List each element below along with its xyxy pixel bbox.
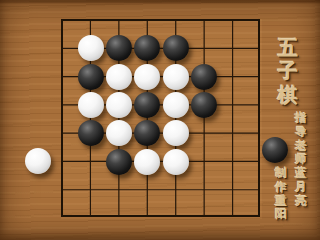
black-player-stone — [262, 137, 288, 163]
board-cell[interactable] — [76, 6, 104, 34]
board-cell[interactable] — [190, 63, 218, 91]
board-cell[interactable] — [76, 176, 104, 204]
board-cell[interactable] — [133, 147, 161, 175]
board-cell[interactable] — [48, 147, 76, 175]
board-cell[interactable] — [48, 91, 76, 119]
board-cell[interactable] — [190, 147, 218, 175]
board-cell[interactable] — [162, 91, 190, 119]
board-cell[interactable] — [133, 119, 161, 147]
glyph: 子 — [276, 60, 300, 83]
board-cell[interactable] — [105, 119, 133, 147]
board-cell[interactable] — [105, 176, 133, 204]
board-cell[interactable] — [133, 63, 161, 91]
board-cell[interactable] — [48, 34, 76, 62]
glyph: 老 — [294, 140, 308, 154]
board-cell[interactable] — [48, 63, 76, 91]
board-cell[interactable] — [133, 176, 161, 204]
glyph: 五 — [276, 37, 300, 60]
board-cell[interactable] — [247, 6, 275, 34]
board-cell[interactable] — [48, 6, 76, 34]
board-cell[interactable] — [133, 91, 161, 119]
white-stone — [106, 120, 132, 146]
white-stone — [134, 149, 160, 175]
game-title: 五子棋 — [276, 37, 300, 107]
glyph: 棋 — [276, 84, 300, 107]
board-cell[interactable] — [247, 63, 275, 91]
black-stone — [78, 64, 104, 90]
white-player-stone — [25, 148, 51, 174]
white-stone — [163, 120, 189, 146]
board-cell[interactable] — [48, 119, 76, 147]
black-stone — [191, 92, 217, 118]
board-cell[interactable] — [190, 119, 218, 147]
glyph: 指 — [294, 112, 308, 126]
board-cell[interactable] — [133, 34, 161, 62]
white-stone — [106, 92, 132, 118]
glyph: 制 — [274, 167, 288, 181]
glyph: 蓝 — [294, 167, 308, 181]
board-cell[interactable] — [105, 147, 133, 175]
board-cell[interactable] — [190, 91, 218, 119]
board-cell[interactable] — [219, 176, 247, 204]
board-cell[interactable] — [105, 6, 133, 34]
board-cell[interactable] — [247, 91, 275, 119]
board-cell[interactable] — [162, 63, 190, 91]
glyph: 阳 — [274, 208, 288, 222]
board-cell[interactable] — [162, 6, 190, 34]
board-cell[interactable] — [133, 6, 161, 34]
board-cell[interactable] — [162, 34, 190, 62]
black-stone — [134, 92, 160, 118]
board-cell[interactable] — [162, 204, 190, 232]
black-stone — [78, 120, 104, 146]
board-cell[interactable] — [105, 63, 133, 91]
black-stone — [106, 35, 132, 61]
glyph: 重 — [274, 195, 288, 209]
black-stone — [106, 149, 132, 175]
board-cell[interactable] — [219, 91, 247, 119]
board-cell[interactable] — [219, 147, 247, 175]
board-cell[interactable] — [76, 204, 104, 232]
glyph: 作 — [274, 181, 288, 195]
black-stone — [134, 35, 160, 61]
black-stone — [134, 120, 160, 146]
white-stone — [106, 64, 132, 90]
board-cell[interactable] — [219, 204, 247, 232]
board-cell[interactable] — [48, 204, 76, 232]
board-cell[interactable] — [105, 91, 133, 119]
black-stone — [191, 64, 217, 90]
board-cell[interactable] — [190, 34, 218, 62]
board-grid — [48, 6, 275, 232]
white-stone — [163, 92, 189, 118]
board-cell[interactable] — [162, 147, 190, 175]
glyph: 月 — [294, 181, 308, 195]
board-cell[interactable] — [105, 204, 133, 232]
board-cell[interactable] — [190, 176, 218, 204]
white-stone — [78, 92, 104, 118]
board-cell[interactable] — [190, 6, 218, 34]
glyph: 亮 — [294, 195, 308, 209]
board-cell[interactable] — [105, 34, 133, 62]
board-cell[interactable] — [133, 204, 161, 232]
board-cell[interactable] — [219, 34, 247, 62]
board-cell[interactable] — [162, 119, 190, 147]
board-cell[interactable] — [162, 176, 190, 204]
board-cell[interactable] — [76, 34, 104, 62]
white-stone — [163, 149, 189, 175]
board-cell[interactable] — [247, 176, 275, 204]
advisor-credit: 指导老师蓝月亮 — [294, 112, 308, 209]
board-cell[interactable] — [219, 6, 247, 34]
black-stone — [163, 35, 189, 61]
board-cell[interactable] — [48, 176, 76, 204]
white-stone — [134, 64, 160, 90]
glyph: 导 — [294, 126, 308, 140]
board-cell[interactable] — [190, 204, 218, 232]
white-stone — [78, 35, 104, 61]
board-cell[interactable] — [76, 119, 104, 147]
board-cell[interactable] — [219, 63, 247, 91]
white-stone — [163, 64, 189, 90]
game-screen: 五子棋 指导老师蓝月亮 制作重阳 — [0, 0, 320, 240]
board-cell[interactable] — [247, 34, 275, 62]
board-cell[interactable] — [76, 147, 104, 175]
board-cell[interactable] — [247, 204, 275, 232]
board-cell[interactable] — [219, 119, 247, 147]
board-cell[interactable] — [76, 91, 104, 119]
maker-credit: 制作重阳 — [274, 167, 288, 222]
glyph: 师 — [294, 153, 308, 167]
board-cell[interactable] — [76, 63, 104, 91]
